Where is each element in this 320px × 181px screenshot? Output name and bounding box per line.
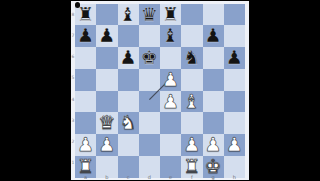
white-pawn[interactable]: ♟ (181, 134, 202, 156)
square-e8[interactable]: ♜ (160, 4, 181, 26)
file-label-e: e (160, 174, 181, 181)
white-pawn[interactable]: ♟ (160, 69, 181, 91)
white-bishop[interactable]: ♝ (181, 91, 202, 113)
rank-label-2: 2 (71, 131, 75, 152)
square-c4[interactable] (118, 91, 139, 113)
black-pawn[interactable]: ♟ (96, 25, 117, 47)
white-pawn[interactable]: ♟ (203, 134, 224, 156)
square-e6[interactable] (160, 47, 181, 69)
square-b3[interactable]: ♛ (96, 112, 117, 134)
square-a5[interactable] (75, 69, 96, 91)
square-d3[interactable] (139, 112, 160, 134)
square-g7[interactable]: ♟ (203, 25, 224, 47)
square-g2[interactable]: ♟ (203, 134, 224, 156)
rank-labels: 87654321 (71, 4, 75, 174)
square-f7[interactable] (181, 25, 202, 47)
white-pawn[interactable]: ♟ (224, 134, 245, 156)
square-d8[interactable]: ♛ (139, 4, 160, 26)
rank-label-3: 3 (71, 110, 75, 131)
square-h5[interactable] (224, 69, 245, 91)
square-h3[interactable] (224, 112, 245, 134)
screen-background: 87654321 ♜♝♛♜♟♟♝♟♟♚♞♟♟♟♝♛♞♟♟♟♟♟♜♜♚ abcde… (0, 0, 320, 180)
square-c7[interactable] (118, 25, 139, 47)
file-label-g: g (203, 174, 224, 181)
square-e3[interactable] (160, 112, 181, 134)
square-f6[interactable]: ♞ (181, 47, 202, 69)
square-a7[interactable]: ♟ (75, 25, 96, 47)
square-g3[interactable] (203, 112, 224, 134)
square-h2[interactable]: ♟ (224, 134, 245, 156)
square-b4[interactable] (96, 91, 117, 113)
square-b7[interactable]: ♟ (96, 25, 117, 47)
square-f5[interactable] (181, 69, 202, 91)
black-pawn[interactable]: ♟ (224, 47, 245, 69)
square-e5[interactable]: ♟ (160, 69, 181, 91)
square-g4[interactable] (203, 91, 224, 113)
square-e7[interactable]: ♝ (160, 25, 181, 47)
square-b5[interactable] (96, 69, 117, 91)
square-h7[interactable] (224, 25, 245, 47)
rank-label-4: 4 (71, 89, 75, 110)
square-a4[interactable] (75, 91, 96, 113)
black-bishop[interactable]: ♝ (160, 25, 181, 47)
black-rook[interactable]: ♜ (160, 4, 181, 26)
square-c2[interactable] (118, 134, 139, 156)
rank-label-5: 5 (71, 67, 75, 88)
square-f8[interactable] (181, 4, 202, 26)
square-h6[interactable]: ♟ (224, 47, 245, 69)
square-g6[interactable] (203, 47, 224, 69)
square-a3[interactable] (75, 112, 96, 134)
square-e2[interactable] (160, 134, 181, 156)
square-f3[interactable] (181, 112, 202, 134)
rank-label-7: 7 (71, 25, 75, 46)
black-to-move-indicator (75, 2, 81, 8)
white-pawn[interactable]: ♟ (96, 134, 117, 156)
square-d5[interactable] (139, 69, 160, 91)
square-b8[interactable] (96, 4, 117, 26)
black-king[interactable]: ♚ (139, 47, 160, 69)
square-d4[interactable] (139, 91, 160, 113)
file-labels: abcdefgh (75, 174, 245, 181)
file-label-b: b (96, 174, 117, 181)
rank-label-1: 1 (71, 152, 75, 173)
chess-board[interactable]: ♜♝♛♜♟♟♝♟♟♚♞♟♟♟♝♛♞♟♟♟♟♟♜♜♚ (75, 4, 245, 174)
white-knight[interactable]: ♞ (118, 112, 139, 134)
square-c8[interactable]: ♝ (118, 4, 139, 26)
black-knight[interactable]: ♞ (181, 47, 202, 69)
file-label-d: d (139, 174, 160, 181)
black-pawn[interactable]: ♟ (118, 47, 139, 69)
square-c6[interactable]: ♟ (118, 47, 139, 69)
black-bishop[interactable]: ♝ (118, 4, 139, 26)
file-label-c: c (118, 174, 139, 181)
square-g8[interactable] (203, 4, 224, 26)
rank-label-6: 6 (71, 46, 75, 67)
square-a6[interactable] (75, 47, 96, 69)
square-f2[interactable]: ♟ (181, 134, 202, 156)
square-f4[interactable]: ♝ (181, 91, 202, 113)
square-d7[interactable] (139, 25, 160, 47)
square-b6[interactable] (96, 47, 117, 69)
white-queen[interactable]: ♛ (96, 112, 117, 134)
square-h4[interactable] (224, 91, 245, 113)
square-a2[interactable]: ♟ (75, 134, 96, 156)
black-queen[interactable]: ♛ (139, 4, 160, 26)
square-h8[interactable] (224, 4, 245, 26)
white-pawn[interactable]: ♟ (75, 134, 96, 156)
black-pawn[interactable]: ♟ (75, 25, 96, 47)
chess-diagram: 87654321 ♜♝♛♜♟♟♝♟♟♚♞♟♟♟♝♛♞♟♟♟♟♟♜♜♚ abcde… (71, 1, 249, 180)
square-d2[interactable] (139, 134, 160, 156)
file-label-f: f (181, 174, 202, 181)
square-c5[interactable] (118, 69, 139, 91)
square-e4[interactable]: ♟ (160, 91, 181, 113)
black-pawn[interactable]: ♟ (203, 25, 224, 47)
square-g5[interactable] (203, 69, 224, 91)
square-b2[interactable]: ♟ (96, 134, 117, 156)
white-pawn[interactable]: ♟ (160, 91, 181, 113)
file-label-a: a (75, 174, 96, 181)
square-c3[interactable]: ♞ (118, 112, 139, 134)
file-label-h: h (224, 174, 245, 181)
square-d6[interactable]: ♚ (139, 47, 160, 69)
